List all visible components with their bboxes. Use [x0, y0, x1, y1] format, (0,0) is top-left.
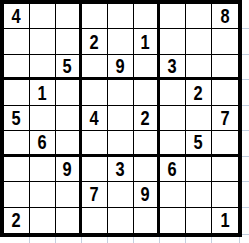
cell-r8c1[interactable] [4, 182, 30, 207]
given-r5c9: 7 [212, 106, 238, 131]
gridline-tick [239, 237, 240, 243]
given-r9c9: 1 [212, 208, 238, 233]
sudoku-board: 4821593125427659367921 [0, 0, 242, 237]
cell-r4c1[interactable] [4, 80, 30, 105]
cell-r2c1[interactable] [4, 29, 30, 54]
cell-r3c2[interactable] [30, 55, 56, 80]
given-r2c4: 2 [82, 29, 108, 54]
cell-r4c3[interactable] [56, 80, 82, 105]
cell-r7c4[interactable] [82, 157, 108, 182]
gridline-tick [242, 54, 249, 55]
given-r8c6: 9 [134, 182, 160, 207]
cell-r6c5[interactable] [108, 131, 134, 156]
cell-r3c8[interactable] [186, 55, 212, 80]
cell-r1c6[interactable] [134, 4, 160, 29]
cell-r1c8[interactable] [186, 4, 212, 29]
digit: 4 [12, 5, 22, 27]
cell-r9c3[interactable] [56, 208, 82, 233]
given-r6c8: 5 [186, 131, 212, 156]
given-r5c1: 5 [4, 106, 30, 131]
given-r3c7: 3 [160, 55, 186, 80]
digit: 6 [38, 131, 48, 153]
given-r6c2: 6 [30, 131, 56, 156]
cell-r8c7[interactable] [160, 182, 186, 207]
gridline-tick [81, 237, 82, 243]
cell-r4c6[interactable] [134, 80, 160, 105]
cell-r6c9[interactable] [212, 131, 238, 156]
cell-r7c6[interactable] [134, 157, 160, 182]
gridline-tick [211, 237, 212, 243]
cell-r6c3[interactable] [56, 131, 82, 156]
cell-r9c8[interactable] [186, 208, 212, 233]
cell-r1c4[interactable] [82, 4, 108, 29]
digit: 6 [168, 158, 178, 180]
cell-r7c1[interactable] [4, 157, 30, 182]
gridline-tick [107, 237, 108, 243]
cell-r5c5[interactable] [108, 106, 134, 131]
cell-r4c7[interactable] [160, 80, 186, 105]
given-r8c4: 7 [82, 182, 108, 207]
gridline-tick [242, 181, 249, 182]
digit: 9 [141, 183, 151, 205]
cell-r2c9[interactable] [212, 29, 238, 54]
gridline-tick [185, 237, 186, 243]
digit: 2 [141, 107, 151, 129]
digit: 2 [194, 82, 204, 104]
sudoku-page: 4821593125427659367921 [0, 0, 249, 243]
cell-r8c5[interactable] [108, 182, 134, 207]
cell-r1c7[interactable] [160, 4, 186, 29]
digit: 7 [90, 183, 100, 205]
given-r2c6: 1 [134, 29, 160, 54]
cell-r7c9[interactable] [212, 157, 238, 182]
cell-r4c5[interactable] [108, 80, 134, 105]
cell-r9c7[interactable] [160, 208, 186, 233]
cell-r5c8[interactable] [186, 106, 212, 131]
digit: 5 [12, 107, 22, 129]
cell-r9c5[interactable] [108, 208, 134, 233]
digit: 1 [38, 82, 48, 104]
gridline-tick [29, 237, 30, 243]
cell-r7c8[interactable] [186, 157, 212, 182]
cell-r4c9[interactable] [212, 80, 238, 105]
cell-r2c7[interactable] [160, 29, 186, 54]
digit: 4 [90, 107, 100, 129]
cell-r8c2[interactable] [30, 182, 56, 207]
gridline-tick [242, 234, 249, 235]
cell-r1c3[interactable] [56, 4, 82, 29]
digit: 2 [12, 209, 22, 231]
digit: 1 [141, 31, 151, 53]
cell-r1c5[interactable] [108, 4, 134, 29]
given-r7c3: 9 [56, 157, 82, 182]
cell-r6c6[interactable] [134, 131, 160, 156]
cell-r5c2[interactable] [30, 106, 56, 131]
cell-r8c9[interactable] [212, 182, 238, 207]
digit: 3 [116, 158, 126, 180]
digit: 1 [220, 209, 230, 231]
given-r1c9: 8 [212, 4, 238, 29]
cell-r4c4[interactable] [82, 80, 108, 105]
gridline-tick [242, 156, 249, 157]
gridline-tick [55, 237, 56, 243]
gridline-tick [242, 105, 249, 106]
given-r5c6: 2 [134, 106, 160, 131]
cell-r2c3[interactable] [56, 29, 82, 54]
gridline-tick [133, 237, 134, 243]
given-r4c8: 2 [186, 80, 212, 105]
digit: 5 [63, 55, 73, 77]
digit: 9 [116, 55, 126, 77]
gridline-tick [159, 237, 160, 243]
cell-r6c1[interactable] [4, 131, 30, 156]
cell-r7c2[interactable] [30, 157, 56, 182]
cell-r6c7[interactable] [160, 131, 186, 156]
cell-r2c2[interactable] [30, 29, 56, 54]
given-r7c5: 3 [108, 157, 134, 182]
gridline-tick [242, 79, 249, 80]
cell-r6c4[interactable] [82, 131, 108, 156]
cell-r5c3[interactable] [56, 106, 82, 131]
cell-r5c7[interactable] [160, 106, 186, 131]
cell-r9c2[interactable] [30, 208, 56, 233]
cell-r9c6[interactable] [134, 208, 160, 233]
gridline-tick [242, 207, 249, 208]
cell-r3c4[interactable] [82, 55, 108, 80]
cell-r8c8[interactable] [186, 182, 212, 207]
cell-r3c6[interactable] [134, 55, 160, 80]
gridline-tick [242, 130, 249, 131]
given-r7c7: 6 [160, 157, 186, 182]
digit: 5 [194, 131, 204, 153]
digit: 8 [220, 5, 230, 27]
given-r5c4: 4 [82, 106, 108, 131]
cell-r9c4[interactable] [82, 208, 108, 233]
digit: 7 [220, 107, 230, 129]
digit: 9 [63, 158, 73, 180]
given-r4c2: 1 [30, 80, 56, 105]
cell-r1c2[interactable] [30, 4, 56, 29]
cell-r2c5[interactable] [108, 29, 134, 54]
cell-r3c1[interactable] [4, 55, 30, 80]
given-r1c1: 4 [4, 4, 30, 29]
given-r9c1: 2 [4, 208, 30, 233]
cell-r2c8[interactable] [186, 29, 212, 54]
gridline-tick [242, 28, 249, 29]
given-r3c3: 5 [56, 55, 82, 80]
digit: 3 [168, 55, 178, 77]
cell-r3c9[interactable] [212, 55, 238, 80]
digit: 2 [90, 31, 100, 53]
cell-r8c3[interactable] [56, 182, 82, 207]
given-r3c5: 9 [108, 55, 134, 80]
